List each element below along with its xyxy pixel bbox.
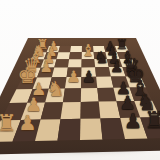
white-pawn-h2[interactable]: ♟ bbox=[18, 113, 36, 134]
black-rook-h8[interactable]: ♜ bbox=[144, 109, 160, 132]
white-pawn-e4[interactable]: ♟ bbox=[66, 70, 80, 86]
black-pawn-h7[interactable]: ♟ bbox=[124, 111, 142, 132]
black-knight-c6[interactable]: ♞ bbox=[94, 50, 109, 66]
white-pawn-d2[interactable]: ♟ bbox=[39, 61, 52, 76]
black-pawn-d7[interactable]: ♟ bbox=[110, 60, 123, 75]
white-bishop-b5[interactable]: ♝ bbox=[81, 43, 95, 59]
white-knight-f3[interactable]: ♞ bbox=[46, 79, 64, 99]
white-rook-h1[interactable]: ♜ bbox=[0, 112, 16, 135]
chessboard-photo: ♜♝♛♚♝♞♜♟♟♟♟♟♟♟♞♝♟♟♞♟♟♟♟♟♟♟♜♞♝♛♚♜ bbox=[0, 0, 160, 160]
board-pieces: ♜♝♛♚♝♞♜♟♟♟♟♟♟♟♞♝♟♟♞♟♟♟♟♟♟♟♜♞♝♛♚♜ bbox=[0, 0, 160, 160]
black-pawn-e5[interactable]: ♟ bbox=[82, 70, 96, 86]
